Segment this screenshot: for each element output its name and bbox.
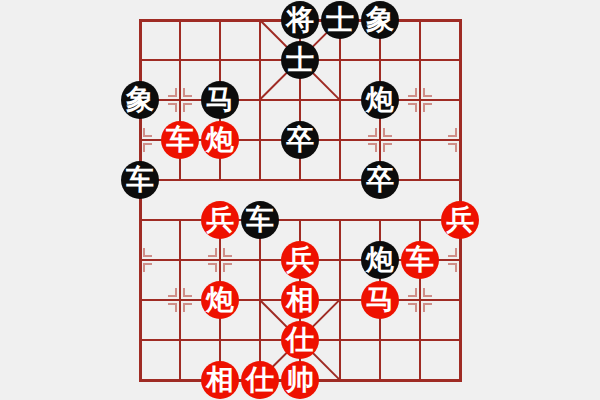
piece-red-cannon[interactable]: 炮 bbox=[201, 121, 239, 159]
piece-black-horse[interactable]: 马 bbox=[201, 81, 239, 119]
position-marker bbox=[368, 128, 377, 137]
position-marker bbox=[143, 143, 152, 152]
piece-red-chariot[interactable]: 车 bbox=[161, 121, 199, 159]
position-marker bbox=[448, 143, 457, 152]
piece-black-soldier[interactable]: 卒 bbox=[361, 161, 399, 199]
position-marker bbox=[183, 88, 192, 97]
grid-line bbox=[139, 19, 142, 382]
piece-red-horse[interactable]: 马 bbox=[361, 281, 399, 319]
position-marker bbox=[383, 128, 392, 137]
piece-black-advisor[interactable]: 士 bbox=[281, 41, 319, 79]
piece-red-elephant[interactable]: 相 bbox=[201, 361, 239, 399]
piece-red-advisor[interactable]: 仕 bbox=[241, 361, 279, 399]
position-marker bbox=[408, 288, 417, 297]
position-marker bbox=[208, 263, 217, 272]
grid-line bbox=[419, 20, 421, 180]
xiangqi-board: 将士象士象马炮车炮卒车卒兵车兵兵炮车炮相马仕相仕帅 bbox=[0, 0, 600, 400]
position-marker bbox=[368, 143, 377, 152]
position-marker bbox=[448, 263, 457, 272]
piece-black-chariot[interactable]: 车 bbox=[121, 161, 159, 199]
piece-black-elephant[interactable]: 象 bbox=[361, 1, 399, 39]
position-marker bbox=[423, 288, 432, 297]
position-marker bbox=[223, 263, 232, 272]
position-marker bbox=[423, 303, 432, 312]
grid-line bbox=[179, 220, 181, 380]
piece-black-chariot[interactable]: 车 bbox=[241, 201, 279, 239]
grid-line bbox=[459, 19, 462, 382]
position-marker bbox=[143, 248, 152, 257]
piece-red-elephant[interactable]: 相 bbox=[281, 281, 319, 319]
position-marker bbox=[208, 248, 217, 257]
piece-black-cannon[interactable]: 炮 bbox=[361, 81, 399, 119]
position-marker bbox=[408, 303, 417, 312]
piece-red-soldier[interactable]: 兵 bbox=[201, 201, 239, 239]
position-marker bbox=[448, 248, 457, 257]
piece-black-advisor[interactable]: 士 bbox=[321, 1, 359, 39]
position-marker bbox=[408, 88, 417, 97]
position-marker bbox=[423, 103, 432, 112]
position-marker bbox=[183, 303, 192, 312]
piece-black-elephant[interactable]: 象 bbox=[121, 81, 159, 119]
position-marker bbox=[143, 263, 152, 272]
position-marker bbox=[223, 248, 232, 257]
position-marker bbox=[168, 88, 177, 97]
piece-red-soldier[interactable]: 兵 bbox=[281, 241, 319, 279]
position-marker bbox=[168, 103, 177, 112]
position-marker bbox=[168, 288, 177, 297]
position-marker bbox=[423, 88, 432, 97]
piece-black-cannon[interactable]: 炮 bbox=[361, 241, 399, 279]
piece-black-general[interactable]: 将 bbox=[281, 1, 319, 39]
piece-red-chariot[interactable]: 车 bbox=[401, 241, 439, 279]
position-marker bbox=[408, 103, 417, 112]
piece-red-soldier[interactable]: 兵 bbox=[441, 201, 479, 239]
piece-red-general[interactable]: 帅 bbox=[281, 361, 319, 399]
position-marker bbox=[383, 143, 392, 152]
piece-red-advisor[interactable]: 仕 bbox=[281, 321, 319, 359]
piece-red-cannon[interactable]: 炮 bbox=[201, 281, 239, 319]
position-marker bbox=[143, 128, 152, 137]
position-marker bbox=[183, 103, 192, 112]
position-marker bbox=[168, 303, 177, 312]
piece-black-soldier[interactable]: 卒 bbox=[281, 121, 319, 159]
position-marker bbox=[183, 288, 192, 297]
position-marker bbox=[448, 128, 457, 137]
